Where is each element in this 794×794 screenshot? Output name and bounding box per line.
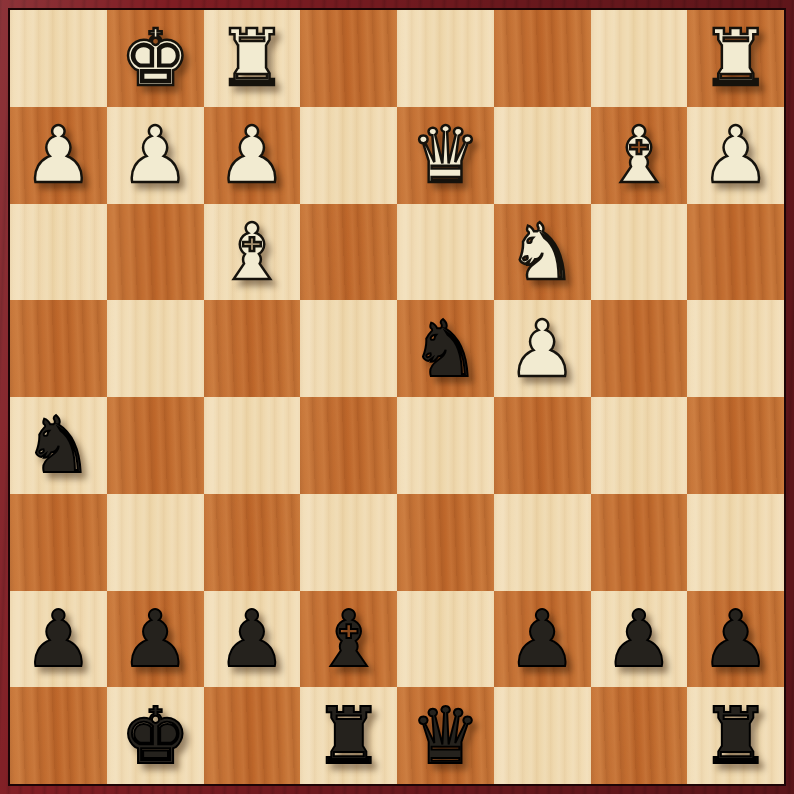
square-b2[interactable]: ♝: [591, 107, 688, 204]
square-a8[interactable]: ♜: [687, 687, 784, 784]
square-e6[interactable]: [300, 494, 397, 591]
black-rook-piece[interactable]: ♜: [701, 688, 771, 784]
square-b6[interactable]: [591, 494, 688, 591]
square-e3[interactable]: [300, 204, 397, 301]
square-b8[interactable]: [591, 687, 688, 784]
square-f4[interactable]: [204, 300, 301, 397]
square-a7[interactable]: ♟: [687, 591, 784, 688]
white-pawn-piece[interactable]: ♟: [701, 107, 771, 203]
square-c1[interactable]: [494, 10, 591, 107]
square-a4[interactable]: [687, 300, 784, 397]
square-h7[interactable]: ♟: [10, 591, 107, 688]
square-d3[interactable]: [397, 204, 494, 301]
square-a3[interactable]: [687, 204, 784, 301]
square-a5[interactable]: [687, 397, 784, 494]
square-c2[interactable]: [494, 107, 591, 204]
white-queen-piece[interactable]: ♛: [410, 107, 480, 203]
square-e8[interactable]: ♜: [300, 687, 397, 784]
white-knight-piece[interactable]: ♞: [507, 204, 577, 300]
square-b5[interactable]: [591, 397, 688, 494]
square-g6[interactable]: [107, 494, 204, 591]
white-rook-piece[interactable]: ♜: [701, 10, 771, 106]
white-king-piece[interactable]: ♚: [120, 10, 190, 106]
square-f2[interactable]: ♟: [204, 107, 301, 204]
square-c4[interactable]: ♟: [494, 300, 591, 397]
square-a6[interactable]: [687, 494, 784, 591]
square-h2[interactable]: ♟: [10, 107, 107, 204]
square-g4[interactable]: [107, 300, 204, 397]
black-pawn-piece[interactable]: ♟: [604, 591, 674, 687]
square-g2[interactable]: ♟: [107, 107, 204, 204]
square-c6[interactable]: [494, 494, 591, 591]
black-bishop-piece[interactable]: ♝: [314, 591, 384, 687]
square-h3[interactable]: [10, 204, 107, 301]
black-pawn-piece[interactable]: ♟: [23, 591, 93, 687]
square-f7[interactable]: ♟: [204, 591, 301, 688]
square-f3[interactable]: ♝: [204, 204, 301, 301]
square-c7[interactable]: ♟: [494, 591, 591, 688]
square-c3[interactable]: ♞: [494, 204, 591, 301]
square-a1[interactable]: ♜: [687, 10, 784, 107]
black-rook-piece[interactable]: ♜: [314, 688, 384, 784]
white-bishop-piece[interactable]: ♝: [604, 107, 674, 203]
square-e7[interactable]: ♝: [300, 591, 397, 688]
white-pawn-piece[interactable]: ♟: [120, 107, 190, 203]
square-h1[interactable]: [10, 10, 107, 107]
square-e5[interactable]: [300, 397, 397, 494]
white-rook-piece[interactable]: ♜: [217, 10, 287, 106]
black-knight-piece[interactable]: ♞: [23, 397, 93, 493]
square-c5[interactable]: [494, 397, 591, 494]
square-d4[interactable]: ♞: [397, 300, 494, 397]
square-h6[interactable]: [10, 494, 107, 591]
square-h4[interactable]: [10, 300, 107, 397]
black-queen-piece[interactable]: ♛: [410, 688, 480, 784]
square-f6[interactable]: [204, 494, 301, 591]
square-d8[interactable]: ♛: [397, 687, 494, 784]
chess-board: ♚♜♜♟♟♟♛♝♟♝♞♞♟♞♟♟♟♝♟♟♟♚♜♛♜: [10, 10, 784, 784]
square-f5[interactable]: [204, 397, 301, 494]
square-b4[interactable]: [591, 300, 688, 397]
square-h5[interactable]: ♞: [10, 397, 107, 494]
square-d1[interactable]: [397, 10, 494, 107]
white-pawn-piece[interactable]: ♟: [507, 301, 577, 397]
square-a2[interactable]: ♟: [687, 107, 784, 204]
square-e4[interactable]: [300, 300, 397, 397]
square-g8[interactable]: ♚: [107, 687, 204, 784]
square-f8[interactable]: [204, 687, 301, 784]
black-pawn-piece[interactable]: ♟: [701, 591, 771, 687]
square-b3[interactable]: [591, 204, 688, 301]
square-b1[interactable]: [591, 10, 688, 107]
square-g5[interactable]: [107, 397, 204, 494]
square-g3[interactable]: [107, 204, 204, 301]
square-f1[interactable]: ♜: [204, 10, 301, 107]
square-d2[interactable]: ♛: [397, 107, 494, 204]
square-e2[interactable]: [300, 107, 397, 204]
square-d5[interactable]: [397, 397, 494, 494]
square-g1[interactable]: ♚: [107, 10, 204, 107]
square-h8[interactable]: [10, 687, 107, 784]
square-c8[interactable]: [494, 687, 591, 784]
square-g7[interactable]: ♟: [107, 591, 204, 688]
square-d7[interactable]: [397, 591, 494, 688]
white-pawn-piece[interactable]: ♟: [217, 107, 287, 203]
white-pawn-piece[interactable]: ♟: [23, 107, 93, 203]
square-e1[interactable]: [300, 10, 397, 107]
square-d6[interactable]: [397, 494, 494, 591]
black-knight-piece[interactable]: ♞: [410, 301, 480, 397]
black-pawn-piece[interactable]: ♟: [507, 591, 577, 687]
board-frame: ♚♜♜♟♟♟♛♝♟♝♞♞♟♞♟♟♟♝♟♟♟♚♜♛♜: [0, 0, 794, 794]
white-bishop-piece[interactable]: ♝: [217, 204, 287, 300]
black-pawn-piece[interactable]: ♟: [120, 591, 190, 687]
black-king-piece[interactable]: ♚: [120, 688, 190, 784]
square-b7[interactable]: ♟: [591, 591, 688, 688]
black-pawn-piece[interactable]: ♟: [217, 591, 287, 687]
